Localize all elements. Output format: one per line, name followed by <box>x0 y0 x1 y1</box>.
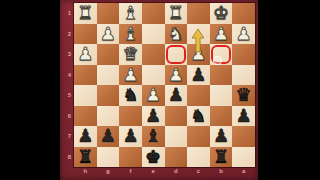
square-f6[interactable] <box>119 106 142 127</box>
square-h1[interactable]: ♜ <box>74 3 97 24</box>
square-e5[interactable]: ♟ <box>142 85 165 106</box>
square-c4[interactable]: ♟ <box>187 65 210 86</box>
piece-white-bishop-f1[interactable]: ♝ <box>122 3 138 23</box>
square-h8[interactable]: ♜ <box>74 147 97 168</box>
square-c7[interactable] <box>187 126 210 147</box>
square-b6[interactable] <box>210 106 233 127</box>
square-b3[interactable] <box>210 44 233 65</box>
square-g2[interactable]: ♟ <box>97 24 120 45</box>
piece-white-rook-d1[interactable]: ♜ <box>168 3 184 23</box>
square-b1[interactable]: ♚ <box>210 3 233 24</box>
letterbox-left <box>0 0 60 180</box>
file-label-h: h <box>74 167 97 180</box>
square-h7[interactable]: ♟ <box>74 126 97 147</box>
piece-black-rook-h8[interactable]: ♜ <box>77 147 93 167</box>
file-label-b: b <box>210 167 233 180</box>
piece-black-knight-f5[interactable]: ♞ <box>122 85 138 105</box>
square-a2[interactable]: ♟ <box>232 24 255 45</box>
square-a3[interactable] <box>232 44 255 65</box>
file-label-e: e <box>142 167 165 180</box>
square-d5[interactable]: ♟ <box>165 85 188 106</box>
video-frame: 12345678 hgfedcba ♜♝♜♚♟♝♞♟♟♟♛♟♟♟♟♞♟♟♛♟♞♟… <box>0 0 320 180</box>
square-h2[interactable] <box>74 24 97 45</box>
square-b2[interactable]: ♟ <box>210 24 233 45</box>
square-d7[interactable] <box>165 126 188 147</box>
piece-black-pawn-h7[interactable]: ♟ <box>77 126 93 146</box>
square-f8[interactable] <box>119 147 142 168</box>
red-highlight-d3 <box>166 45 187 64</box>
file-label-c: c <box>187 167 210 180</box>
piece-black-pawn-e6[interactable]: ♟ <box>145 106 161 126</box>
square-g7[interactable]: ♟ <box>97 126 120 147</box>
chess-board: ♜♝♜♚♟♝♞♟♟♟♛♟♟♟♟♞♟♟♛♟♞♟♟♟♟♝♟♜♚♜ <box>74 3 255 167</box>
piece-black-pawn-a6[interactable]: ♟ <box>236 106 252 126</box>
mouse-cursor <box>213 56 222 65</box>
file-label-f: f <box>119 167 142 180</box>
square-f7[interactable]: ♟ <box>119 126 142 147</box>
piece-white-pawn-g2[interactable]: ♟ <box>100 24 116 44</box>
square-a5[interactable]: ♛ <box>232 85 255 106</box>
square-e3[interactable] <box>142 44 165 65</box>
piece-black-pawn-d5[interactable]: ♟ <box>168 85 184 105</box>
square-d2[interactable]: ♞ <box>165 24 188 45</box>
square-a1[interactable] <box>232 3 255 24</box>
square-b7[interactable]: ♟ <box>210 126 233 147</box>
square-b4[interactable] <box>210 65 233 86</box>
piece-white-pawn-e5[interactable]: ♟ <box>145 85 161 105</box>
file-label-g: g <box>97 167 120 180</box>
square-b5[interactable] <box>210 85 233 106</box>
square-a7[interactable] <box>232 126 255 147</box>
square-g5[interactable] <box>97 85 120 106</box>
square-a6[interactable]: ♟ <box>232 106 255 127</box>
square-d4[interactable]: ♟ <box>165 65 188 86</box>
square-e1[interactable] <box>142 3 165 24</box>
piece-white-pawn-d4[interactable]: ♟ <box>168 65 184 85</box>
file-labels: hgfedcba <box>74 167 255 180</box>
piece-white-pawn-a2[interactable]: ♟ <box>236 24 252 44</box>
square-d3[interactable] <box>165 44 188 65</box>
square-g6[interactable] <box>97 106 120 127</box>
rank-label-8: 8 <box>60 147 74 168</box>
rank-labels: 12345678 <box>60 3 74 167</box>
square-e4[interactable] <box>142 65 165 86</box>
piece-white-pawn-b2[interactable]: ♟ <box>213 24 229 44</box>
piece-black-knight-c6[interactable]: ♞ <box>190 106 206 126</box>
square-c6[interactable]: ♞ <box>187 106 210 127</box>
rank-label-5: 5 <box>60 85 74 106</box>
piece-black-rook-b8[interactable]: ♜ <box>213 147 229 167</box>
square-f5[interactable]: ♞ <box>119 85 142 106</box>
square-a4[interactable] <box>232 65 255 86</box>
square-c5[interactable] <box>187 85 210 106</box>
square-e6[interactable]: ♟ <box>142 106 165 127</box>
letterbox-right <box>258 0 320 180</box>
square-d8[interactable] <box>165 147 188 168</box>
square-c8[interactable] <box>187 147 210 168</box>
piece-black-king-e8[interactable]: ♚ <box>145 147 161 167</box>
piece-white-rook-h1[interactable]: ♜ <box>77 3 93 23</box>
piece-black-queen-a5[interactable]: ♛ <box>236 85 252 105</box>
square-h6[interactable] <box>74 106 97 127</box>
file-label-a: a <box>232 167 255 180</box>
piece-black-pawn-c4[interactable]: ♟ <box>190 65 206 85</box>
square-g4[interactable] <box>97 65 120 86</box>
square-d1[interactable]: ♜ <box>165 3 188 24</box>
square-f2[interactable]: ♝ <box>119 24 142 45</box>
square-h5[interactable] <box>74 85 97 106</box>
square-e8[interactable]: ♚ <box>142 147 165 168</box>
piece-white-pawn-f4[interactable]: ♟ <box>122 65 138 85</box>
piece-white-king-b1[interactable]: ♚ <box>213 3 229 23</box>
rank-label-6: 6 <box>60 106 74 127</box>
file-label-d: d <box>165 167 188 180</box>
square-f1[interactable]: ♝ <box>119 3 142 24</box>
square-g3[interactable] <box>97 44 120 65</box>
square-f4[interactable]: ♟ <box>119 65 142 86</box>
piece-white-bishop-f2[interactable]: ♝ <box>122 24 138 44</box>
square-b8[interactable]: ♜ <box>210 147 233 168</box>
square-c3[interactable]: ♟ <box>187 44 210 65</box>
square-e7[interactable]: ♝ <box>142 126 165 147</box>
piece-white-knight-d2[interactable]: ♞ <box>168 24 184 44</box>
rank-label-2: 2 <box>60 24 74 45</box>
piece-white-queen-f3[interactable]: ♛ <box>122 44 138 64</box>
square-h4[interactable] <box>74 65 97 86</box>
square-d6[interactable] <box>165 106 188 127</box>
piece-white-pawn-h3[interactable]: ♟ <box>77 44 93 64</box>
piece-black-bishop-e7[interactable]: ♝ <box>145 126 161 146</box>
square-g1[interactable] <box>97 3 120 24</box>
square-h3[interactable]: ♟ <box>74 44 97 65</box>
rank-label-3: 3 <box>60 44 74 65</box>
piece-black-pawn-b7[interactable]: ♟ <box>213 126 229 146</box>
rank-label-7: 7 <box>60 126 74 147</box>
square-a8[interactable] <box>232 147 255 168</box>
gold-arrow-icon <box>192 29 205 53</box>
rank-label-4: 4 <box>60 65 74 86</box>
square-e2[interactable] <box>142 24 165 45</box>
square-g8[interactable] <box>97 147 120 168</box>
square-c1[interactable] <box>187 3 210 24</box>
piece-black-pawn-f7[interactable]: ♟ <box>122 126 138 146</box>
square-f3[interactable]: ♛ <box>119 44 142 65</box>
piece-black-pawn-g7[interactable]: ♟ <box>100 126 116 146</box>
rank-label-1: 1 <box>60 3 74 24</box>
